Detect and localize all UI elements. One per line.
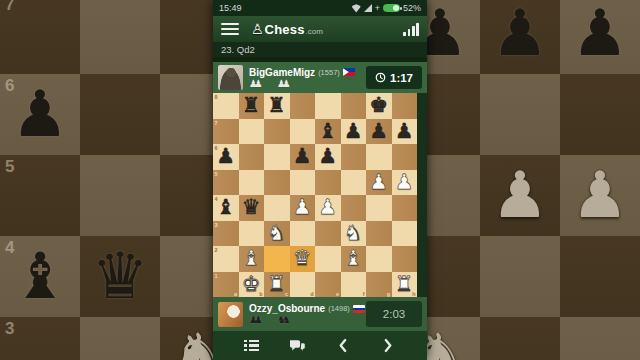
square-g3[interactable]: [366, 221, 392, 247]
bg-square-h4: [560, 236, 640, 317]
chevron-right-icon: [384, 338, 393, 353]
file-label-b: b: [259, 291, 262, 297]
square-d3[interactable]: [290, 221, 316, 247]
battery-percent: 52%: [403, 3, 421, 13]
piece-black-bishop-e7: ♝: [318, 119, 337, 145]
square-g4[interactable]: [366, 195, 392, 221]
rank-label-5: 5: [215, 171, 218, 177]
square-d4[interactable]: ♟: [290, 195, 316, 221]
square-f1[interactable]: f: [341, 272, 367, 298]
square-a6[interactable]: 6♟: [213, 144, 239, 170]
bg-square-h5: ♟: [560, 155, 640, 236]
square-h1[interactable]: h♜: [392, 272, 418, 298]
bg-square-g4: [480, 236, 560, 317]
file-label-a: a: [234, 291, 237, 297]
piece-black-pawn-f7: ♟: [344, 119, 363, 145]
logo-text: Chess: [265, 22, 305, 37]
square-h8[interactable]: [392, 93, 418, 119]
square-c8[interactable]: ♜: [264, 93, 290, 119]
square-f8[interactable]: [341, 93, 367, 119]
bg-square-a5: 5: [0, 155, 80, 236]
square-g5[interactable]: ♟: [366, 170, 392, 196]
square-e4[interactable]: ♟: [315, 195, 341, 221]
square-g8[interactable]: ♚: [366, 93, 392, 119]
file-label-h: h: [412, 291, 415, 297]
piece-white-rook-c1: ♜: [267, 272, 286, 298]
square-b5[interactable]: [239, 170, 265, 196]
avatar-top: [218, 65, 243, 90]
square-g6[interactable]: [366, 144, 392, 170]
piece-black-pawn-h7: ♟: [395, 119, 414, 145]
rank-label-7: 7: [215, 120, 218, 126]
piece-black-pawn-e6: ♟: [318, 144, 337, 170]
chesscom-logo[interactable]: ♙ Chess .com: [251, 22, 323, 37]
bg-square-g6: [480, 74, 560, 155]
bg-rank-label-4: 4: [5, 238, 14, 258]
square-b1[interactable]: b♚: [239, 272, 265, 298]
bg-square-g3: [480, 317, 560, 360]
chat-icon: [288, 339, 306, 353]
bg-square-b5: [80, 155, 160, 236]
square-h2[interactable]: [392, 246, 418, 272]
square-b7[interactable]: [239, 119, 265, 145]
square-e3[interactable]: [315, 221, 341, 247]
piece-black-pawn-g7: ♟: [369, 119, 388, 145]
piece-black-queen-b4: ♛: [242, 195, 261, 221]
player-rating-bottom: (1498): [328, 304, 350, 313]
square-f5[interactable]: [341, 170, 367, 196]
square-g7[interactable]: ♟: [366, 119, 392, 145]
logo-pawn-icon: ♙: [251, 22, 264, 36]
bg-rank-label-3: 3: [5, 319, 14, 339]
file-label-e: e: [336, 291, 339, 297]
rank-label-3: 3: [215, 222, 218, 228]
piece-black-pawn-a6: ♟: [216, 144, 235, 170]
square-a5[interactable]: 5: [213, 170, 239, 196]
rank-label-1: 1: [215, 273, 218, 279]
player-bar-top[interactable]: BigGameMigz (1557) ♟♟ ♟♟ 1:17: [213, 62, 427, 93]
bg-piece-black-pawn: ♟: [491, 0, 548, 74]
piece-white-pawn-h5: ♟: [395, 170, 414, 196]
back-button[interactable]: [326, 334, 360, 358]
square-b6[interactable]: [239, 144, 265, 170]
piece-white-bishop-f2: ♝: [344, 246, 363, 272]
square-b4[interactable]: ♛: [239, 195, 265, 221]
bg-square-a4: 4♝: [0, 236, 80, 317]
square-a7[interactable]: 7: [213, 119, 239, 145]
square-d8[interactable]: [290, 93, 316, 119]
square-h5[interactable]: ♟: [392, 170, 418, 196]
bg-square-g7: ♟: [480, 0, 560, 74]
bg-piece-white-pawn: ♟: [571, 155, 628, 236]
square-d6[interactable]: ♟: [290, 144, 316, 170]
file-label-d: d: [310, 291, 313, 297]
rank-label-8: 8: [215, 94, 218, 100]
square-g2[interactable]: [366, 246, 392, 272]
bg-rank-label-5: 5: [5, 157, 14, 177]
square-c1[interactable]: c♜: [264, 272, 290, 298]
player-name-bottom: Ozzy_Osbourne: [249, 303, 325, 314]
bg-square-h6: [560, 74, 640, 155]
status-bar: 15:49 + 52%: [213, 0, 427, 16]
square-a1[interactable]: 1a: [213, 272, 239, 298]
file-label-c: c: [285, 291, 288, 297]
bg-square-b7: [80, 0, 160, 74]
current-move-label: 23. Qd2: [221, 44, 255, 55]
player-name-top: BigGameMigz: [249, 67, 315, 78]
russia-flag-icon: [353, 305, 365, 313]
square-h7[interactable]: ♟: [392, 119, 418, 145]
piece-white-pawn-e4: ♟: [318, 195, 337, 221]
screenshot-stage: 8♜♜♚7♝♟♟♟6♟♟♟5♟♟4♝♛♟♟3♞♞2♝♛♝1♚♜♜ 15:49 +…: [0, 0, 640, 360]
square-g1[interactable]: g: [366, 272, 392, 298]
square-f3[interactable]: ♞: [341, 221, 367, 247]
charging-plus: +: [375, 3, 380, 13]
chevron-left-icon: [338, 338, 347, 353]
piece-black-king-g8: ♚: [369, 93, 388, 119]
wifi-icon: [352, 4, 361, 13]
piece-white-queen-d2: ♛: [293, 246, 312, 272]
battery-icon: [383, 4, 400, 12]
move-indicator-bar: 23. Qd2: [213, 42, 427, 57]
rank-label-2: 2: [215, 247, 218, 253]
menu-icon[interactable]: [221, 23, 239, 36]
bg-square-b4: ♛: [80, 236, 160, 317]
rank-label-6: 6: [215, 145, 218, 151]
square-c7[interactable]: [264, 119, 290, 145]
square-h4[interactable]: [392, 195, 418, 221]
square-a3[interactable]: 3: [213, 221, 239, 247]
piece-white-knight-f3: ♞: [344, 221, 363, 247]
bg-piece-black-queen: ♛: [91, 236, 148, 317]
bg-rank-label-6: 6: [5, 76, 14, 96]
square-d5[interactable]: [290, 170, 316, 196]
square-c5[interactable]: [264, 170, 290, 196]
square-e6[interactable]: ♟: [315, 144, 341, 170]
square-f4[interactable]: [341, 195, 367, 221]
square-f7[interactable]: ♟: [341, 119, 367, 145]
square-c4[interactable]: [264, 195, 290, 221]
cellular-signal-icon: [364, 4, 372, 12]
bg-square-a3: 3: [0, 317, 80, 360]
square-e1[interactable]: e: [315, 272, 341, 298]
piece-white-knight-c3: ♞: [267, 221, 286, 247]
piece-black-rook-b8: ♜: [242, 93, 261, 119]
bg-square-b3: [80, 317, 160, 360]
chess-app-window: 15:49 + 52% ♙ Chess .com 23. Qd2: [213, 0, 427, 360]
square-b3[interactable]: [239, 221, 265, 247]
file-label-g: g: [387, 291, 390, 297]
file-label-f: f: [363, 291, 365, 297]
square-h6[interactable]: [392, 144, 418, 170]
chess-board: 8♜♜♚7♝♟♟♟6♟♟♟5♟♟4♝♛♟♟3♞♞2♝♛♝1ab♚c♜defgh♜: [213, 93, 417, 297]
piece-black-bishop-a4: ♝: [216, 195, 235, 221]
clock-icon: [375, 72, 386, 83]
square-e7[interactable]: ♝: [315, 119, 341, 145]
bg-piece-black-pawn: ♟: [571, 0, 628, 74]
logo-suffix: .com: [306, 27, 323, 36]
square-b2[interactable]: ♝: [239, 246, 265, 272]
bg-rank-label-7: 7: [5, 0, 14, 15]
bg-square-g5: ♟: [480, 155, 560, 236]
player-rating-top: (1557): [318, 68, 340, 77]
rank-label-4: 4: [215, 196, 218, 202]
square-e2[interactable]: [315, 246, 341, 272]
piece-white-pawn-d4: ♟: [293, 195, 312, 221]
bottom-toolbar: [213, 331, 427, 360]
square-d2[interactable]: ♛: [290, 246, 316, 272]
square-d7[interactable]: [290, 119, 316, 145]
square-c2[interactable]: [264, 246, 290, 272]
connection-strength-icon: [403, 23, 419, 36]
square-b8[interactable]: ♜: [239, 93, 265, 119]
square-d1[interactable]: d: [290, 272, 316, 298]
philippines-flag-icon: [343, 68, 355, 76]
bg-square-h7: ♟: [560, 0, 640, 74]
square-c3[interactable]: ♞: [264, 221, 290, 247]
piece-white-bishop-b2: ♝: [242, 246, 261, 272]
app-header: ♙ Chess .com: [213, 16, 427, 42]
square-f2[interactable]: ♝: [341, 246, 367, 272]
square-a8[interactable]: 8: [213, 93, 239, 119]
move-list-button[interactable]: [235, 334, 269, 358]
bg-square-h3: [560, 317, 640, 360]
move-list-icon: [244, 340, 259, 352]
captured-pieces-top: ♟♟ ♟♟: [249, 79, 355, 89]
chat-button[interactable]: [280, 334, 314, 358]
bg-piece-white-pawn: ♟: [491, 155, 548, 236]
piece-black-pawn-d6: ♟: [293, 144, 312, 170]
square-a4[interactable]: 4♝: [213, 195, 239, 221]
forward-button[interactable]: [371, 334, 405, 358]
square-f6[interactable]: [341, 144, 367, 170]
captured-pieces-bottom: ♟♟ ♞♞: [249, 315, 365, 325]
clock-top: 1:17: [366, 66, 422, 89]
bg-square-a6: 6♟: [0, 74, 80, 155]
square-a2[interactable]: 2: [213, 246, 239, 272]
square-h3[interactable]: [392, 221, 418, 247]
status-clock: 15:49: [219, 3, 242, 13]
bg-piece-black-pawn: ♟: [11, 74, 68, 155]
square-e8[interactable]: [315, 93, 341, 119]
bg-square-a7: 7: [0, 0, 80, 74]
clock-bottom: 2:03: [366, 301, 422, 327]
clock-time-bottom: 2:03: [383, 308, 405, 320]
piece-white-pawn-g5: ♟: [369, 170, 388, 196]
square-c6[interactable]: [264, 144, 290, 170]
piece-white-king-b1: ♚: [242, 272, 261, 298]
avatar-bottom: [218, 302, 243, 327]
bg-square-b6: [80, 74, 160, 155]
bg-piece-black-bishop: ♝: [11, 236, 68, 317]
clock-time-top: 1:17: [390, 72, 413, 84]
piece-black-rook-c8: ♜: [267, 93, 286, 119]
player-bar-bottom[interactable]: Ozzy_Osbourne (1498) ♟♟ ♞♞ 2:03: [213, 297, 427, 331]
square-e5[interactable]: [315, 170, 341, 196]
piece-white-rook-h1: ♜: [395, 272, 414, 298]
